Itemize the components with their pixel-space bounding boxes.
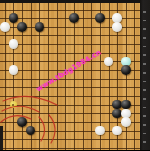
stone-black[interactable] <box>121 100 131 110</box>
grid-line-horizontal <box>0 61 140 62</box>
grid-line-vertical <box>109 3 110 151</box>
grid-line-horizontal <box>0 139 140 140</box>
grid-line-horizontal <box>0 10 140 11</box>
grid-line-horizontal <box>0 87 140 88</box>
grid-line-vertical <box>126 3 127 151</box>
stone-black[interactable] <box>35 22 45 32</box>
stone-black[interactable] <box>69 13 79 23</box>
stone-black[interactable] <box>17 117 27 127</box>
grid-line-vertical <box>83 3 84 151</box>
stone-white[interactable] <box>112 22 122 32</box>
stone-black[interactable] <box>95 13 105 23</box>
grid-line-horizontal <box>0 148 140 149</box>
screenshot-root: www.tbdg1984.cn <box>0 0 150 150</box>
grid-line-vertical <box>134 3 135 151</box>
grid-line-vertical <box>91 3 92 151</box>
board-top-edge <box>0 0 150 3</box>
stone-white[interactable] <box>112 126 122 136</box>
grid-line-vertical <box>74 3 75 151</box>
grid-line-vertical <box>13 3 14 151</box>
side-panel-ticks <box>143 11 146 145</box>
stone-white[interactable] <box>95 126 105 136</box>
stone-white[interactable] <box>121 117 131 127</box>
go-board[interactable] <box>0 3 140 151</box>
stone-white[interactable] <box>9 65 19 75</box>
stone-black[interactable] <box>121 65 131 75</box>
stone-white[interactable] <box>104 57 114 67</box>
yellow-circle-marker[interactable] <box>10 101 17 108</box>
grid-line-vertical <box>48 3 49 151</box>
stone-black[interactable] <box>26 126 36 136</box>
grid-line-horizontal <box>0 96 140 97</box>
stone-white[interactable] <box>0 22 10 32</box>
grid-line-horizontal <box>0 79 140 80</box>
side-panel <box>140 0 150 150</box>
stone-white[interactable] <box>9 39 19 49</box>
grid-line-horizontal <box>0 53 140 54</box>
board-left-shadow <box>0 126 3 150</box>
stone-black[interactable] <box>17 22 27 32</box>
grid-line-horizontal <box>0 35 140 36</box>
stone-black[interactable] <box>9 13 19 23</box>
